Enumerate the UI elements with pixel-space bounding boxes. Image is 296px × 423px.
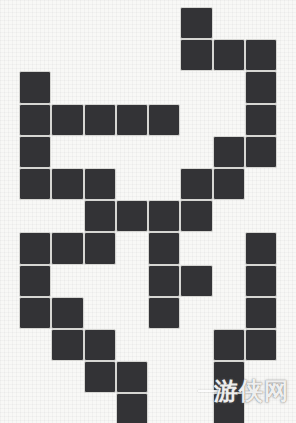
empty-cell[interactable] <box>19 361 51 393</box>
empty-cell[interactable] <box>148 71 180 103</box>
empty-cell[interactable] <box>51 200 83 232</box>
empty-cell[interactable] <box>148 7 180 39</box>
empty-cell[interactable] <box>19 329 51 361</box>
block-cell[interactable] <box>180 168 212 200</box>
empty-cell[interactable] <box>84 393 116 423</box>
block-cell[interactable] <box>180 265 212 297</box>
block-cell[interactable] <box>180 7 212 39</box>
empty-cell[interactable] <box>116 168 148 200</box>
empty-cell[interactable] <box>84 297 116 329</box>
empty-cell[interactable] <box>245 361 277 393</box>
block-cell[interactable] <box>213 39 245 71</box>
block-cell[interactable] <box>19 232 51 264</box>
block-cell[interactable] <box>213 168 245 200</box>
block-cell[interactable] <box>51 168 83 200</box>
puzzle-board <box>19 7 277 423</box>
empty-cell[interactable] <box>51 265 83 297</box>
empty-cell[interactable] <box>148 168 180 200</box>
empty-cell[interactable] <box>245 200 277 232</box>
block-cell[interactable] <box>213 361 245 393</box>
empty-cell[interactable] <box>84 7 116 39</box>
empty-cell[interactable] <box>116 329 148 361</box>
empty-cell[interactable] <box>180 71 212 103</box>
puzzle-screenshot: 游侠网 <box>0 0 296 423</box>
empty-cell[interactable] <box>213 232 245 264</box>
empty-cell[interactable] <box>148 393 180 423</box>
empty-cell[interactable] <box>51 393 83 423</box>
block-cell[interactable] <box>148 104 180 136</box>
block-cell[interactable] <box>84 329 116 361</box>
empty-cell[interactable] <box>148 39 180 71</box>
block-cell[interactable] <box>51 329 83 361</box>
block-cell[interactable] <box>245 265 277 297</box>
empty-cell[interactable] <box>116 136 148 168</box>
empty-cell[interactable] <box>51 7 83 39</box>
block-cell[interactable] <box>19 297 51 329</box>
block-cell[interactable] <box>245 297 277 329</box>
empty-cell[interactable] <box>213 7 245 39</box>
empty-cell[interactable] <box>180 297 212 329</box>
empty-cell[interactable] <box>19 7 51 39</box>
empty-cell[interactable] <box>213 265 245 297</box>
block-cell[interactable] <box>213 329 245 361</box>
empty-cell[interactable] <box>180 232 212 264</box>
block-cell[interactable] <box>19 265 51 297</box>
block-cell[interactable] <box>148 265 180 297</box>
block-cell[interactable] <box>245 104 277 136</box>
block-cell[interactable] <box>84 104 116 136</box>
block-cell[interactable] <box>19 136 51 168</box>
empty-cell[interactable] <box>84 71 116 103</box>
block-cell[interactable] <box>245 71 277 103</box>
block-cell[interactable] <box>51 232 83 264</box>
block-cell[interactable] <box>180 39 212 71</box>
empty-cell[interactable] <box>51 71 83 103</box>
block-cell[interactable] <box>19 71 51 103</box>
block-cell[interactable] <box>19 168 51 200</box>
empty-cell[interactable] <box>148 329 180 361</box>
empty-cell[interactable] <box>84 39 116 71</box>
empty-cell[interactable] <box>116 39 148 71</box>
block-cell[interactable] <box>245 136 277 168</box>
empty-cell[interactable] <box>116 71 148 103</box>
block-cell[interactable] <box>51 297 83 329</box>
block-cell[interactable] <box>148 297 180 329</box>
empty-cell[interactable] <box>19 200 51 232</box>
empty-cell[interactable] <box>51 136 83 168</box>
block-cell[interactable] <box>245 232 277 264</box>
empty-cell[interactable] <box>51 39 83 71</box>
empty-cell[interactable] <box>213 104 245 136</box>
empty-cell[interactable] <box>245 393 277 423</box>
empty-cell[interactable] <box>180 136 212 168</box>
empty-cell[interactable] <box>116 297 148 329</box>
block-cell[interactable] <box>116 393 148 423</box>
block-cell[interactable] <box>245 329 277 361</box>
empty-cell[interactable] <box>245 168 277 200</box>
block-cell[interactable] <box>245 39 277 71</box>
block-cell[interactable] <box>213 136 245 168</box>
block-cell[interactable] <box>148 200 180 232</box>
block-cell[interactable] <box>84 232 116 264</box>
empty-cell[interactable] <box>116 232 148 264</box>
empty-cell[interactable] <box>148 136 180 168</box>
empty-cell[interactable] <box>180 104 212 136</box>
block-cell[interactable] <box>116 104 148 136</box>
empty-cell[interactable] <box>245 7 277 39</box>
empty-cell[interactable] <box>213 200 245 232</box>
block-cell[interactable] <box>213 393 245 423</box>
empty-cell[interactable] <box>180 329 212 361</box>
block-cell[interactable] <box>19 104 51 136</box>
block-cell[interactable] <box>116 200 148 232</box>
block-cell[interactable] <box>148 232 180 264</box>
empty-cell[interactable] <box>116 265 148 297</box>
empty-cell[interactable] <box>213 71 245 103</box>
block-cell[interactable] <box>84 361 116 393</box>
empty-cell[interactable] <box>148 361 180 393</box>
block-cell[interactable] <box>84 168 116 200</box>
block-cell[interactable] <box>84 200 116 232</box>
empty-cell[interactable] <box>84 136 116 168</box>
block-cell[interactable] <box>116 361 148 393</box>
empty-cell[interactable] <box>19 393 51 423</box>
empty-cell[interactable] <box>213 297 245 329</box>
empty-cell[interactable] <box>116 7 148 39</box>
empty-cell[interactable] <box>51 361 83 393</box>
empty-cell[interactable] <box>180 393 212 423</box>
block-cell[interactable] <box>51 104 83 136</box>
empty-cell[interactable] <box>19 39 51 71</box>
block-cell[interactable] <box>180 200 212 232</box>
empty-cell[interactable] <box>180 361 212 393</box>
empty-cell[interactable] <box>84 265 116 297</box>
